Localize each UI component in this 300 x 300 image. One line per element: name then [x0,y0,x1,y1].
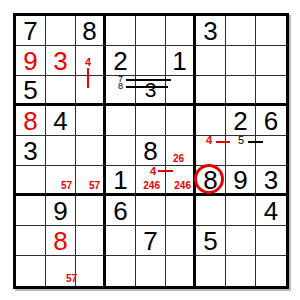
annotation-digit: 4 [206,135,212,146]
cell-r7c6[interactable] [166,196,196,226]
digit-given: 7 [23,18,37,44]
cell-r6c1[interactable] [16,166,46,196]
sudoku-board: 7839342157838426382645575712464246893964… [13,13,289,289]
cell-r8c8[interactable] [226,226,256,256]
annotation-digit: 5 [238,135,244,146]
cell-r3c5[interactable]: 3 [136,76,166,106]
cell-r4c4[interactable] [106,106,136,136]
cell-r3c9[interactable] [256,76,286,106]
cell-r6c4[interactable]: 1 [106,166,136,196]
cell-r5c6[interactable]: 26 [166,136,196,166]
pencil-mark: 246 [143,181,160,191]
cell-r6c9[interactable]: 3 [256,166,286,196]
cell-r4c1[interactable]: 8 [16,106,46,136]
cell-r3c3[interactable] [76,76,106,106]
cell-r6c3[interactable]: 57 [76,166,106,196]
cell-r8c9[interactable] [256,226,286,256]
cell-r9c5[interactable] [136,256,166,286]
annotation-line [158,170,173,172]
cell-r2c8[interactable] [226,46,256,76]
cell-r6c7[interactable]: 8 [196,166,226,196]
cell-r5c5[interactable]: 8 [136,136,166,166]
digit-given: 3 [203,18,217,44]
digit-given: 3 [23,138,37,164]
digit-given: 4 [264,198,278,224]
cell-r5c1[interactable]: 3 [16,136,46,166]
cell-r7c3[interactable] [76,196,106,226]
digit-given: 9 [53,198,67,224]
pencil-mark: 57 [61,181,72,191]
cell-r8c7[interactable]: 5 [196,226,226,256]
cell-r3c2[interactable] [46,76,76,106]
cell-r1c8[interactable] [226,16,256,46]
digit-given: 1 [172,48,186,74]
cell-r9c2[interactable]: 57 [46,256,76,286]
cell-r8c6[interactable] [166,226,196,256]
pencil-mark: 57 [89,181,100,191]
cell-r5c8[interactable]: 5 [226,136,256,166]
digit-given: 2 [113,48,127,74]
digit-given: 6 [264,108,278,134]
cell-r5c7[interactable]: 4 [196,136,226,166]
digit-given: 8 [143,138,157,164]
cell-r9c6[interactable] [166,256,196,286]
digit-given: 9 [233,167,247,193]
cell-r8c2[interactable]: 8 [46,226,76,256]
cell-r6c8[interactable]: 9 [226,166,256,196]
digit-given: 5 [203,228,217,254]
digit-given: 8 [203,167,217,193]
pencil-mark: 246 [174,181,191,191]
cell-r2c1[interactable]: 9 [16,46,46,76]
cell-r7c7[interactable] [196,196,226,226]
digit-entered: 9 [23,48,37,74]
cell-r7c1[interactable] [16,196,46,226]
cell-r3c6[interactable] [166,76,196,106]
cell-r9c8[interactable] [226,256,256,286]
cell-r4c9[interactable]: 6 [256,106,286,136]
cell-r9c4[interactable] [106,256,136,286]
pencil-mark: 26 [173,154,184,164]
annotation-digit: 4 [150,166,156,177]
digit-entered: 3 [53,48,67,74]
cell-r1c7[interactable]: 3 [196,16,226,46]
cell-r4c5[interactable] [136,106,166,136]
cell-r7c9[interactable]: 4 [256,196,286,226]
cell-r3c7[interactable] [196,76,226,106]
cell-r7c5[interactable] [136,196,166,226]
cell-r5c4[interactable] [106,136,136,166]
digit-given: 7 [143,228,157,254]
sudoku-app: 7839342157838426382645575712464246893964… [0,0,300,300]
annotation-line [126,79,171,81]
digit-noted: 3 [145,79,157,100]
cell-r2c3[interactable]: 4 [76,46,106,76]
annotation-line [248,141,263,143]
cell-r2c6[interactable]: 1 [166,46,196,76]
annotation-line [216,141,230,143]
cell-r2c2[interactable]: 3 [46,46,76,76]
cell-r8c1[interactable] [16,226,46,256]
cell-r1c9[interactable] [256,16,286,46]
digit-given: 1 [113,167,127,193]
pencil-mark: 57 [66,274,77,284]
cell-r4c3[interactable] [76,106,106,136]
digit-given: 3 [264,167,278,193]
cell-r3c4[interactable]: 78 [106,76,136,106]
cell-r3c8[interactable] [226,76,256,106]
cell-r1c2[interactable] [46,16,76,46]
cell-r5c3[interactable] [76,136,106,166]
annotation-digit: 4 [85,57,91,68]
cell-r8c5[interactable]: 7 [136,226,166,256]
cell-r1c4[interactable] [106,16,136,46]
cell-r1c3[interactable]: 8 [76,16,106,46]
cell-r2c4[interactable]: 2 [106,46,136,76]
cell-r2c5[interactable] [136,46,166,76]
digit-given: 5 [23,77,37,103]
cell-r1c5[interactable] [136,16,166,46]
cell-r1c6[interactable] [166,16,196,46]
cell-r9c9[interactable] [256,256,286,286]
cell-r6c5[interactable]: 2464 [136,166,166,196]
digit-given: 6 [113,198,127,224]
cell-r7c8[interactable] [226,196,256,226]
digit-entered: 8 [23,108,37,134]
digit-entered: 8 [53,228,67,254]
cell-r7c2[interactable]: 9 [46,196,76,226]
cell-r4c8[interactable]: 2 [226,106,256,136]
cell-r8c3[interactable] [76,226,106,256]
digit-given: 8 [82,18,96,44]
cell-r9c7[interactable] [196,256,226,286]
cell-r2c7[interactable] [196,46,226,76]
annotation-line [126,86,168,88]
cell-r5c2[interactable] [46,136,76,166]
cell-r6c2[interactable]: 57 [46,166,76,196]
annotation-pair-digit: 8 [118,82,123,91]
cell-r1c1[interactable]: 7 [16,16,46,46]
cell-r4c7[interactable] [196,106,226,136]
cell-r8c4[interactable] [106,226,136,256]
cell-r9c1[interactable] [16,256,46,286]
cell-r2c9[interactable] [256,46,286,76]
cell-r7c4[interactable]: 6 [106,196,136,226]
annotation-line [87,68,89,88]
digit-given: 4 [53,108,67,134]
cell-r4c6[interactable] [166,106,196,136]
digit-given: 2 [233,108,247,134]
cell-r4c2[interactable]: 4 [46,106,76,136]
cell-r9c3[interactable] [76,256,106,286]
cell-r3c1[interactable]: 5 [16,76,46,106]
